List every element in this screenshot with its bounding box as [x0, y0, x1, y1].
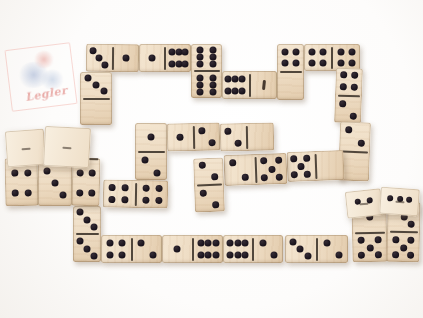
pip [407, 252, 414, 259]
pip [212, 201, 219, 208]
pip [387, 195, 393, 201]
domino-t21-3-2[interactable] [285, 235, 348, 263]
half-1 [167, 123, 193, 151]
half-5 [256, 153, 288, 185]
pip [155, 185, 162, 192]
pip [106, 239, 113, 246]
pip [109, 184, 116, 191]
pip [304, 253, 311, 260]
half-6 [222, 71, 249, 99]
pip [11, 169, 18, 176]
half-0 [316, 150, 345, 181]
half-4 [103, 179, 135, 208]
pip [408, 221, 415, 228]
pip [209, 60, 216, 67]
wood-knot [262, 80, 266, 90]
pip [350, 112, 357, 119]
pip [351, 84, 358, 91]
pip [340, 72, 347, 79]
pip [100, 88, 107, 95]
pip [282, 48, 289, 55]
cap-face [345, 188, 384, 219]
domino-t12-2-2[interactable] [193, 157, 225, 212]
pip [335, 252, 342, 259]
half-2 [220, 123, 246, 151]
pip [197, 88, 204, 95]
domino-t14-1-2[interactable] [167, 123, 220, 152]
pip [197, 240, 204, 247]
pip [205, 240, 212, 247]
domino-t17-3-3[interactable] [73, 206, 101, 262]
pip [290, 155, 297, 162]
pip [319, 48, 326, 55]
pip [60, 191, 67, 198]
half-4 [277, 44, 304, 71]
half-3 [86, 44, 112, 72]
domino-t16-4-4[interactable] [103, 179, 168, 208]
domino-t20-6-2[interactable] [223, 235, 283, 263]
pip [24, 169, 31, 176]
cap-face [5, 129, 46, 168]
pip [309, 60, 316, 67]
pip [392, 236, 399, 243]
pip [351, 72, 358, 79]
domino-t7-3-0[interactable] [80, 72, 112, 125]
pip [400, 244, 407, 251]
half-2 [194, 185, 225, 212]
pip [84, 216, 91, 223]
half-2 [223, 154, 255, 186]
pip [101, 62, 108, 69]
pip [109, 196, 116, 203]
divider-groove [395, 201, 404, 204]
half-6 [191, 72, 222, 98]
domino-t4-6-0[interactable] [222, 71, 277, 99]
domino-t3-6-6[interactable] [191, 44, 222, 98]
pip [348, 60, 355, 67]
half-2 [133, 235, 163, 263]
pip [84, 245, 91, 252]
pip [85, 75, 92, 82]
pip [340, 83, 347, 90]
pip [275, 157, 282, 164]
pip [406, 197, 412, 203]
pip [199, 162, 206, 169]
pip [242, 251, 249, 258]
pip [198, 127, 205, 134]
pip [292, 60, 299, 67]
pip [303, 155, 310, 162]
half-2 [318, 235, 349, 263]
pip [392, 251, 399, 258]
domino-lc2-0[interactable] [43, 126, 91, 168]
pip [142, 184, 149, 191]
divider-groove [21, 147, 30, 150]
cap-face [379, 187, 420, 217]
divider-groove [359, 203, 368, 206]
half-1 [139, 44, 164, 72]
pip [90, 223, 97, 230]
pip [374, 237, 381, 244]
half-6 [194, 235, 224, 263]
pip [235, 140, 242, 147]
half-0 [251, 71, 278, 99]
half-6 [191, 44, 222, 70]
pip [297, 163, 304, 170]
half-4 [101, 235, 131, 263]
half-5 [286, 151, 315, 182]
pip [226, 251, 233, 258]
half-2 [339, 121, 371, 151]
pip [77, 189, 84, 196]
half-2 [135, 153, 167, 181]
pip [123, 55, 130, 62]
half-6 [223, 235, 252, 263]
pip [141, 156, 148, 163]
pip [239, 87, 246, 94]
half-2 [334, 96, 362, 123]
pip [309, 48, 316, 55]
pip [89, 47, 96, 54]
pip [358, 237, 365, 244]
domino-t8-4-2[interactable] [334, 68, 363, 124]
half-4 [136, 180, 168, 209]
pip [268, 165, 275, 172]
pip [43, 168, 50, 175]
pip [148, 133, 155, 140]
divider-groove [62, 147, 71, 149]
pip [155, 197, 162, 204]
domino-t13-1-2[interactable] [135, 123, 167, 180]
pip [197, 60, 204, 67]
pip [25, 189, 32, 196]
pip [224, 127, 231, 134]
pip [276, 173, 283, 180]
pip [234, 251, 241, 258]
domino-t18-4-2[interactable] [101, 235, 162, 263]
pip [375, 251, 382, 258]
pip [197, 251, 204, 258]
pip [176, 134, 183, 141]
pip [93, 81, 100, 88]
half-6 [166, 44, 191, 72]
pip [118, 252, 125, 259]
pip [291, 171, 298, 178]
pip [366, 244, 373, 251]
pip [148, 55, 155, 62]
pip [138, 239, 145, 246]
pip [118, 239, 125, 246]
pip [348, 48, 355, 55]
half-4 [335, 68, 363, 95]
pip [345, 126, 352, 133]
pip [209, 140, 216, 147]
pip [150, 252, 157, 259]
half-1 [162, 235, 192, 263]
pip [234, 240, 241, 247]
pip [205, 251, 212, 258]
pip [88, 190, 95, 197]
half-3 [73, 206, 101, 233]
domino-t11-2-5[interactable] [223, 153, 287, 186]
pip [357, 139, 364, 146]
pip [212, 251, 219, 258]
domino-rc2-3[interactable] [379, 187, 420, 217]
pip [242, 240, 249, 247]
pip [358, 252, 365, 259]
domino-rc1-2[interactable] [345, 188, 384, 219]
domino-t19-1-6[interactable] [162, 235, 223, 263]
pip [271, 252, 278, 259]
half-0 [277, 73, 304, 100]
domino-lc1-0[interactable] [5, 129, 46, 168]
pip [106, 252, 113, 259]
domino-t10-5-0[interactable] [286, 150, 344, 182]
pip [289, 238, 296, 245]
pip [182, 49, 189, 56]
pip [297, 246, 304, 253]
pip [211, 173, 218, 180]
domino-t2-1-6[interactable] [139, 44, 191, 72]
pip [339, 100, 346, 107]
pip [122, 184, 129, 191]
pip [229, 160, 236, 167]
pip [338, 60, 345, 67]
pip [261, 158, 268, 165]
pip [261, 174, 268, 181]
half-5 [386, 233, 420, 263]
pip [212, 240, 219, 247]
half-3 [80, 72, 112, 98]
half-5 [352, 233, 387, 262]
half-0 [80, 100, 112, 126]
pip [95, 54, 102, 61]
half-1 [113, 44, 139, 72]
pip [182, 60, 189, 67]
pip [121, 196, 128, 203]
half-3 [285, 235, 316, 263]
pip [259, 239, 266, 246]
pip [173, 246, 180, 253]
domino-photo-canvas: Legler [0, 0, 423, 318]
pip [323, 239, 330, 246]
domino-t15-2-0[interactable] [220, 123, 274, 152]
pip [52, 180, 59, 187]
pip [319, 60, 326, 67]
half-4 [304, 44, 331, 71]
pip [200, 190, 207, 197]
pip [90, 252, 97, 259]
pip [408, 237, 415, 244]
domino-t6-4-4[interactable] [304, 44, 360, 71]
half-2 [193, 157, 224, 184]
half-0 [248, 123, 274, 151]
pip [77, 209, 84, 216]
pip [77, 238, 84, 245]
cap-face [43, 126, 91, 168]
pip [282, 60, 289, 67]
half-1 [135, 123, 167, 151]
half-2 [254, 235, 283, 263]
pip [226, 240, 233, 247]
pip [77, 169, 84, 176]
half-2 [194, 123, 220, 151]
pip [242, 173, 249, 180]
pip [239, 76, 246, 83]
brand-watermark: Legler [4, 42, 77, 112]
pip [142, 197, 149, 204]
pip [338, 48, 345, 55]
half-3 [73, 235, 101, 262]
pip [292, 48, 299, 55]
pip [88, 169, 95, 176]
pip [12, 190, 19, 197]
pip [209, 88, 216, 95]
pip [154, 169, 161, 176]
pip [304, 170, 311, 177]
domino-t1-3-1[interactable] [86, 44, 139, 72]
domino-t5-4-0[interactable] [277, 44, 304, 100]
